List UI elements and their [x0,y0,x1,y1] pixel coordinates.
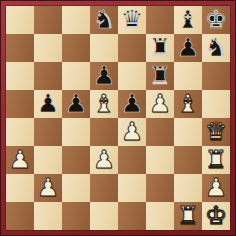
white-pawn-a3[interactable]: ♟ [6,146,34,174]
square-c6[interactable] [62,62,90,90]
square-g1[interactable]: ♜ [174,202,202,230]
square-a6[interactable] [6,62,34,90]
square-f7[interactable]: ♜ [146,34,174,62]
square-f3[interactable] [146,146,174,174]
square-d6[interactable]: ♟ [90,62,118,90]
square-a1[interactable] [6,202,34,230]
white-bishop-g5[interactable]: ♝ [174,90,202,118]
square-e8[interactable]: ♛ [118,6,146,34]
square-e6[interactable] [118,62,146,90]
square-b3[interactable] [34,146,62,174]
white-pawn-f5[interactable]: ♟ [146,90,174,118]
black-pawn-g7[interactable]: ♟ [174,34,202,62]
square-c3[interactable] [62,146,90,174]
square-e7[interactable] [118,34,146,62]
white-rook-h3[interactable]: ♜ [202,146,230,174]
square-g3[interactable] [174,146,202,174]
square-d2[interactable] [90,174,118,202]
square-b6[interactable] [34,62,62,90]
white-pawn-e4[interactable]: ♟ [118,118,146,146]
square-h5[interactable] [202,90,230,118]
square-h1[interactable]: ♚ [202,202,230,230]
square-h8[interactable]: ♚ [202,6,230,34]
white-pawn-b2[interactable]: ♟ [34,174,62,202]
square-d8[interactable]: ♞ [90,6,118,34]
square-h7[interactable]: ♞ [202,34,230,62]
square-b4[interactable] [34,118,62,146]
square-a3[interactable]: ♟ [6,146,34,174]
white-rook-g1[interactable]: ♜ [174,202,202,230]
square-b5[interactable]: ♟ [34,90,62,118]
square-c5[interactable]: ♟ [62,90,90,118]
square-f1[interactable] [146,202,174,230]
square-g5[interactable]: ♝ [174,90,202,118]
square-b1[interactable] [34,202,62,230]
square-g8[interactable]: ♝ [174,6,202,34]
black-queen-e8[interactable]: ♛ [118,6,146,34]
square-h6[interactable] [202,62,230,90]
black-pawn-b5[interactable]: ♟ [34,90,62,118]
black-knight-d8[interactable]: ♞ [90,6,118,34]
square-b7[interactable] [34,34,62,62]
white-pawn-h2[interactable]: ♟ [202,174,230,202]
black-pawn-e5[interactable]: ♟ [118,90,146,118]
square-e2[interactable] [118,174,146,202]
square-h4[interactable]: ♛ [202,118,230,146]
square-g7[interactable]: ♟ [174,34,202,62]
square-d5[interactable]: ♝ [90,90,118,118]
chess-board[interactable]: ♞♛♝♚♜♟♞♟♜♟♟♝♟♟♝♟♛♟♟♜♟♟♜♚ [6,6,230,230]
square-e3[interactable] [118,146,146,174]
white-bishop-d5[interactable]: ♝ [90,90,118,118]
square-d1[interactable] [90,202,118,230]
square-h3[interactable]: ♜ [202,146,230,174]
white-king-h1[interactable]: ♚ [202,202,230,230]
square-f6[interactable]: ♜ [146,62,174,90]
black-pawn-d6[interactable]: ♟ [90,62,118,90]
square-e5[interactable]: ♟ [118,90,146,118]
square-g2[interactable] [174,174,202,202]
square-c4[interactable] [62,118,90,146]
square-d3[interactable]: ♟ [90,146,118,174]
chess-diagram: ♞♛♝♚♜♟♞♟♜♟♟♝♟♟♝♟♛♟♟♜♟♟♜♚ [0,0,236,236]
black-knight-h7[interactable]: ♞ [202,34,230,62]
square-f5[interactable]: ♟ [146,90,174,118]
square-a4[interactable] [6,118,34,146]
square-d7[interactable] [90,34,118,62]
square-e4[interactable]: ♟ [118,118,146,146]
square-a2[interactable] [6,174,34,202]
square-c1[interactable] [62,202,90,230]
black-king-h8[interactable]: ♚ [202,6,230,34]
square-f8[interactable] [146,6,174,34]
square-d4[interactable] [90,118,118,146]
square-b2[interactable]: ♟ [34,174,62,202]
square-h2[interactable]: ♟ [202,174,230,202]
black-bishop-g8[interactable]: ♝ [174,6,202,34]
square-c8[interactable] [62,6,90,34]
square-a5[interactable] [6,90,34,118]
square-e1[interactable] [118,202,146,230]
black-pawn-c5[interactable]: ♟ [62,90,90,118]
square-f4[interactable] [146,118,174,146]
white-queen-h4[interactable]: ♛ [202,118,230,146]
square-a7[interactable] [6,34,34,62]
black-rook-f6[interactable]: ♜ [146,62,174,90]
square-b8[interactable] [34,6,62,34]
square-f2[interactable] [146,174,174,202]
square-a8[interactable] [6,6,34,34]
square-g4[interactable] [174,118,202,146]
square-g6[interactable] [174,62,202,90]
white-pawn-d3[interactable]: ♟ [90,146,118,174]
square-c7[interactable] [62,34,90,62]
square-c2[interactable] [62,174,90,202]
black-rook-f7[interactable]: ♜ [146,34,174,62]
